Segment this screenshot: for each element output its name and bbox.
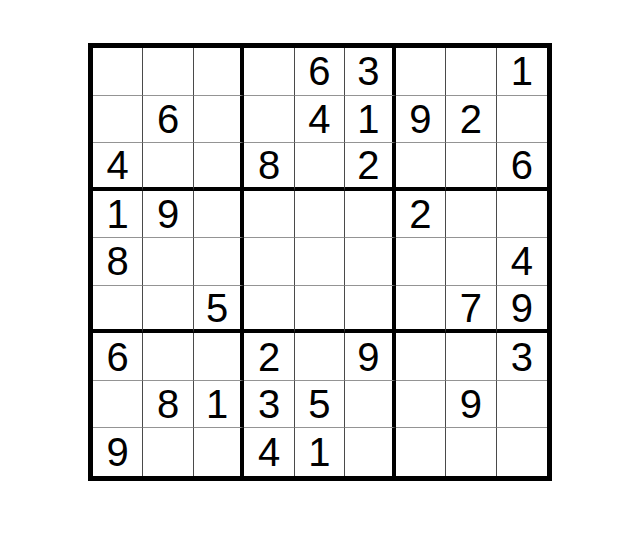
cell-r4c7[interactable]: 2 <box>396 191 446 239</box>
cell-r4c9[interactable] <box>497 191 547 239</box>
cell-r5c2[interactable] <box>143 238 193 286</box>
cell-r6c7[interactable] <box>396 286 446 334</box>
cell-r9c1[interactable]: 9 <box>93 428 143 476</box>
cell-r4c3[interactable] <box>194 191 244 239</box>
cell-r6c2[interactable] <box>143 286 193 334</box>
cell-r5c8[interactable] <box>446 238 496 286</box>
cell-r5c9[interactable]: 4 <box>497 238 547 286</box>
cell-r8c4[interactable]: 3 <box>244 381 294 429</box>
cell-r5c6[interactable] <box>345 238 395 286</box>
cell-r8c5[interactable]: 5 <box>295 381 345 429</box>
cell-r8c1[interactable] <box>93 381 143 429</box>
cell-r5c4[interactable] <box>244 238 294 286</box>
cell-r3c9[interactable]: 6 <box>497 143 547 191</box>
cell-r4c2[interactable]: 9 <box>143 191 193 239</box>
cell-r1c1[interactable] <box>93 48 143 96</box>
cell-r6c8[interactable]: 7 <box>446 286 496 334</box>
cell-r5c5[interactable] <box>295 238 345 286</box>
cell-r8c8[interactable]: 9 <box>446 381 496 429</box>
cell-r9c3[interactable] <box>194 428 244 476</box>
cell-r3c5[interactable] <box>295 143 345 191</box>
cell-r1c2[interactable] <box>143 48 193 96</box>
cell-r1c4[interactable] <box>244 48 294 96</box>
cell-r1c6[interactable]: 3 <box>345 48 395 96</box>
cell-r6c6[interactable] <box>345 286 395 334</box>
cell-r7c8[interactable] <box>446 333 496 381</box>
cell-r8c2[interactable]: 8 <box>143 381 193 429</box>
cell-r7c4[interactable]: 2 <box>244 333 294 381</box>
cell-r1c8[interactable] <box>446 48 496 96</box>
cell-r9c5[interactable]: 1 <box>295 428 345 476</box>
cell-r1c9[interactable]: 1 <box>497 48 547 96</box>
cell-r2c4[interactable] <box>244 96 294 144</box>
cell-r5c1[interactable]: 8 <box>93 238 143 286</box>
cell-r3c7[interactable] <box>396 143 446 191</box>
cell-r7c2[interactable] <box>143 333 193 381</box>
cell-r3c3[interactable] <box>194 143 244 191</box>
cell-r8c7[interactable] <box>396 381 446 429</box>
cell-r4c1[interactable]: 1 <box>93 191 143 239</box>
cell-r9c8[interactable] <box>446 428 496 476</box>
cell-r8c9[interactable] <box>497 381 547 429</box>
cell-r1c3[interactable] <box>194 48 244 96</box>
cell-r2c5[interactable]: 4 <box>295 96 345 144</box>
cell-r5c7[interactable] <box>396 238 446 286</box>
cell-r4c6[interactable] <box>345 191 395 239</box>
cell-r6c4[interactable] <box>244 286 294 334</box>
cell-r2c2[interactable]: 6 <box>143 96 193 144</box>
cell-r9c9[interactable] <box>497 428 547 476</box>
cell-r9c6[interactable] <box>345 428 395 476</box>
cell-r9c2[interactable] <box>143 428 193 476</box>
cell-r8c3[interactable]: 1 <box>194 381 244 429</box>
cell-r7c1[interactable]: 6 <box>93 333 143 381</box>
cell-r2c1[interactable] <box>93 96 143 144</box>
page: 63164192482619284579629381359941 <box>0 0 640 540</box>
cell-r2c9[interactable] <box>497 96 547 144</box>
cell-r1c7[interactable] <box>396 48 446 96</box>
cell-r3c2[interactable] <box>143 143 193 191</box>
cell-r6c5[interactable] <box>295 286 345 334</box>
cell-r5c3[interactable] <box>194 238 244 286</box>
cell-r3c6[interactable]: 2 <box>345 143 395 191</box>
cell-r4c4[interactable] <box>244 191 294 239</box>
cell-r7c9[interactable]: 3 <box>497 333 547 381</box>
cell-r6c9[interactable]: 9 <box>497 286 547 334</box>
cell-r3c8[interactable] <box>446 143 496 191</box>
cell-r8c6[interactable] <box>345 381 395 429</box>
cell-r4c5[interactable] <box>295 191 345 239</box>
cell-r6c3[interactable]: 5 <box>194 286 244 334</box>
cell-r2c3[interactable] <box>194 96 244 144</box>
cell-r6c1[interactable] <box>93 286 143 334</box>
cell-r2c6[interactable]: 1 <box>345 96 395 144</box>
cell-r7c7[interactable] <box>396 333 446 381</box>
sudoku-board: 63164192482619284579629381359941 <box>88 43 552 481</box>
cell-r2c8[interactable]: 2 <box>446 96 496 144</box>
cell-r1c5[interactable]: 6 <box>295 48 345 96</box>
cell-r7c3[interactable] <box>194 333 244 381</box>
cell-r7c6[interactable]: 9 <box>345 333 395 381</box>
cell-r9c4[interactable]: 4 <box>244 428 294 476</box>
cell-r9c7[interactable] <box>396 428 446 476</box>
cell-r2c7[interactable]: 9 <box>396 96 446 144</box>
cell-r3c1[interactable]: 4 <box>93 143 143 191</box>
cell-r3c4[interactable]: 8 <box>244 143 294 191</box>
cell-r4c8[interactable] <box>446 191 496 239</box>
cell-r7c5[interactable] <box>295 333 345 381</box>
